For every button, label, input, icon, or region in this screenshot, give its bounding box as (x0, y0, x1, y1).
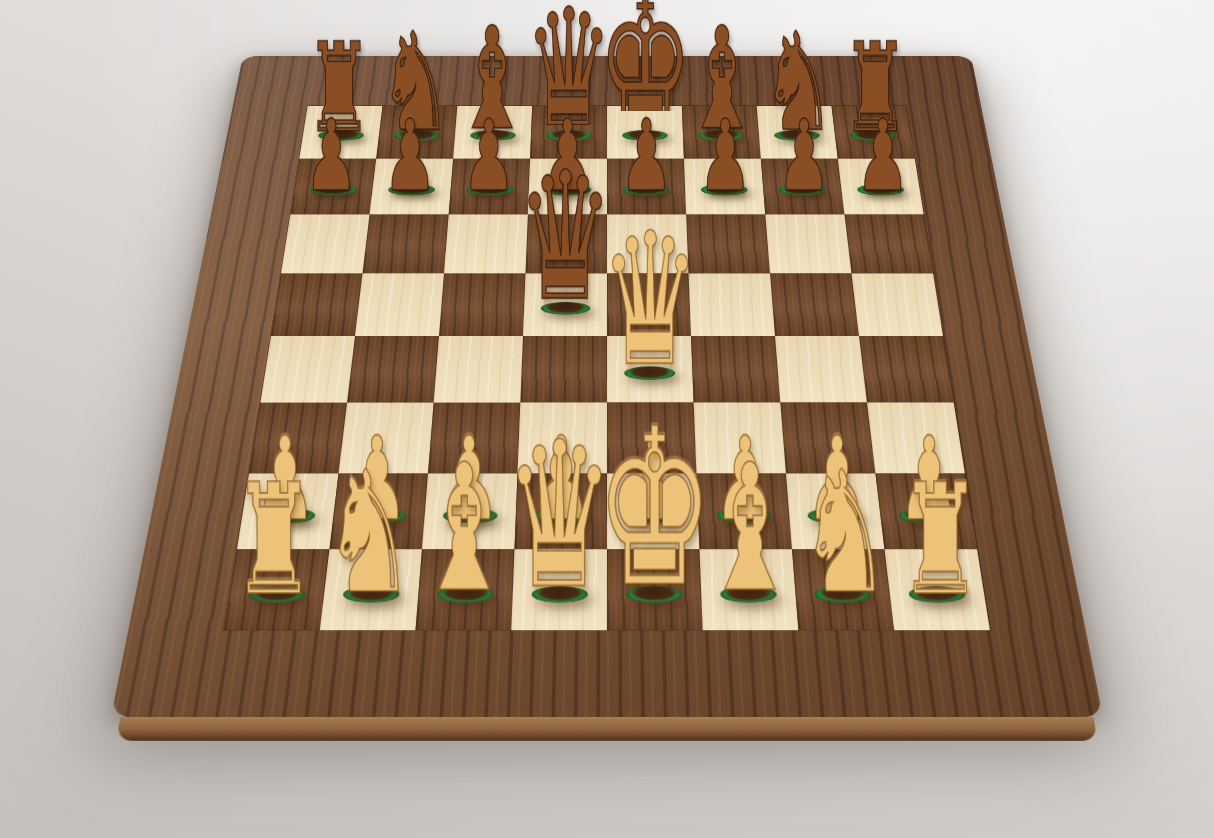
square-e1[interactable]: ♚ (607, 549, 703, 630)
square-b1[interactable]: ♞ (320, 549, 422, 630)
square-b5[interactable] (355, 273, 444, 336)
white-knight-g1[interactable]: ♞ (799, 449, 890, 617)
black-pawn-e7[interactable]: ♟ (619, 106, 673, 205)
square-f1[interactable]: ♝ (700, 549, 799, 630)
square-d5[interactable]: ♛ (523, 273, 607, 336)
chess-board: ♜♞♝♛♚♝♞♜♟♟♟♟♟♟♟♟♛♛♟♟♟♟♟♟♟♟♜♞♝♛♚♝♞♜ (111, 56, 1103, 717)
square-f5[interactable] (689, 273, 775, 336)
square-g7[interactable]: ♟ (761, 159, 845, 215)
black-pawn-f7[interactable]: ♟ (698, 106, 752, 205)
square-c5[interactable] (439, 273, 525, 336)
white-bishop-c1[interactable]: ♝ (416, 441, 512, 617)
white-king-e1[interactable]: ♚ (596, 400, 714, 617)
square-a6[interactable] (281, 214, 370, 273)
board-grid: ♜♞♝♛♚♝♞♜♟♟♟♟♟♟♟♟♛♛♟♟♟♟♟♟♟♟♜♞♝♛♚♝♞♜ (224, 106, 990, 630)
board-photo-scene: ♜♞♝♛♚♝♞♜♟♟♟♟♟♟♟♟♛♛♟♟♟♟♟♟♟♟♜♞♝♛♚♝♞♜ (0, 0, 1214, 838)
square-g6[interactable] (765, 214, 851, 273)
square-h4[interactable] (859, 336, 954, 403)
square-g4[interactable] (775, 336, 867, 403)
square-c6[interactable] (444, 214, 528, 273)
square-d1[interactable]: ♛ (511, 549, 607, 630)
white-knight-b1[interactable]: ♞ (323, 449, 414, 617)
black-queen-d5[interactable]: ♛ (517, 148, 613, 325)
square-b6[interactable] (362, 214, 448, 273)
square-g1[interactable]: ♞ (792, 549, 894, 630)
white-rook-h1[interactable]: ♜ (899, 464, 982, 617)
black-pawn-b7[interactable]: ♟ (383, 106, 437, 205)
black-pawn-c7[interactable]: ♟ (462, 106, 516, 205)
square-h6[interactable] (844, 214, 933, 273)
square-a4[interactable] (260, 336, 355, 403)
square-b4[interactable] (347, 336, 439, 403)
white-bishop-f1[interactable]: ♝ (702, 441, 798, 617)
square-h1[interactable]: ♜ (885, 549, 990, 630)
square-a7[interactable]: ♟ (290, 159, 376, 215)
black-pawn-a7[interactable]: ♟ (304, 106, 358, 205)
white-queen-e4[interactable]: ♛ (600, 209, 699, 392)
square-a1[interactable]: ♜ (224, 549, 329, 630)
white-rook-a1[interactable]: ♜ (232, 464, 315, 617)
black-pawn-g7[interactable]: ♟ (777, 106, 831, 205)
square-d4[interactable] (520, 336, 607, 403)
square-c1[interactable]: ♝ (416, 549, 515, 630)
black-pawn-h7[interactable]: ♟ (856, 106, 910, 205)
square-a5[interactable] (271, 273, 362, 336)
square-c4[interactable] (434, 336, 523, 403)
walnut-board-frame: ♜♞♝♛♚♝♞♜♟♟♟♟♟♟♟♟♛♛♟♟♟♟♟♟♟♟♜♞♝♛♚♝♞♜ (111, 56, 1103, 717)
square-b7[interactable]: ♟ (370, 159, 454, 215)
square-h7[interactable]: ♟ (838, 159, 924, 215)
square-h5[interactable] (852, 273, 943, 336)
square-g5[interactable] (770, 273, 859, 336)
